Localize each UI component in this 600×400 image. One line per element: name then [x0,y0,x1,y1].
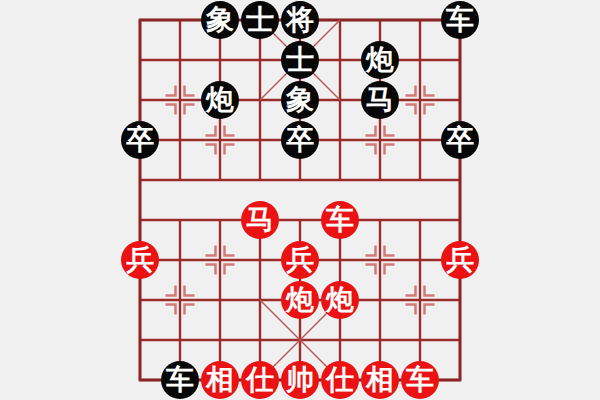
piece-red-chariot[interactable]: 车 [401,361,439,399]
piece-red-general[interactable]: 帅 [281,361,319,399]
piece-red-elephant[interactable]: 相 [201,361,239,399]
piece-red-advisor[interactable]: 仕 [241,361,279,399]
piece-red-chariot[interactable]: 车 [321,201,359,239]
piece-black-cannon[interactable]: 炮 [361,41,399,79]
piece-red-soldier[interactable]: 兵 [281,241,319,279]
piece-red-cannon[interactable]: 炮 [321,281,359,319]
piece-red-cannon[interactable]: 炮 [281,281,319,319]
piece-black-elephant[interactable]: 象 [201,1,239,39]
piece-red-soldier[interactable]: 兵 [441,241,479,279]
piece-black-chariot[interactable]: 车 [161,361,199,399]
xiangqi-board-app: 象士将车士炮炮象马卒卒卒马车兵兵兵炮炮车相仕帅仕相车 [0,0,600,400]
piece-red-advisor[interactable]: 仕 [321,361,359,399]
piece-black-general[interactable]: 将 [281,1,319,39]
piece-black-advisor[interactable]: 士 [241,1,279,39]
piece-black-soldier[interactable]: 卒 [121,121,159,159]
piece-black-cannon[interactable]: 炮 [201,81,239,119]
piece-red-soldier[interactable]: 兵 [121,241,159,279]
piece-black-soldier[interactable]: 卒 [281,121,319,159]
piece-black-chariot[interactable]: 车 [441,1,479,39]
piece-black-horse[interactable]: 马 [361,81,399,119]
piece-black-elephant[interactable]: 象 [281,81,319,119]
piece-black-advisor[interactable]: 士 [281,41,319,79]
piece-red-elephant[interactable]: 相 [361,361,399,399]
piece-black-soldier[interactable]: 卒 [441,121,479,159]
piece-red-horse[interactable]: 马 [241,201,279,239]
pieces-layer: 象士将车士炮炮象马卒卒卒马车兵兵兵炮炮车相仕帅仕相车 [0,0,600,400]
